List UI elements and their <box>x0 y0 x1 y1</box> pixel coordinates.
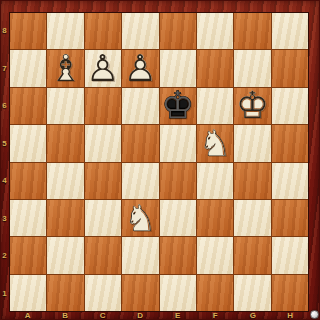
rank-labels: 87654321 <box>0 12 9 312</box>
square-f2[interactable] <box>197 237 233 273</box>
square-h6[interactable] <box>272 88 308 124</box>
square-a2[interactable] <box>10 237 46 273</box>
square-c8[interactable] <box>85 13 121 49</box>
white-pawn-icon: ♟♙ <box>122 50 158 86</box>
file-label-d: D <box>122 311 160 320</box>
square-f3[interactable] <box>197 200 233 236</box>
square-h3[interactable] <box>272 200 308 236</box>
square-a5[interactable] <box>10 125 46 161</box>
file-label-g: G <box>234 311 272 320</box>
white-knight-icon: ♞♘ <box>197 125 233 161</box>
square-b7[interactable]: ♝♗ <box>47 50 83 86</box>
rank-label-2: 2 <box>0 237 9 275</box>
square-b2[interactable] <box>47 237 83 273</box>
square-d3[interactable]: ♞♘ <box>122 200 158 236</box>
square-e7[interactable] <box>160 50 196 86</box>
square-h2[interactable] <box>272 237 308 273</box>
square-c7[interactable]: ♟♙ <box>85 50 121 86</box>
white-pawn-icon: ♟♙ <box>85 50 121 86</box>
square-b6[interactable] <box>47 88 83 124</box>
file-label-e: E <box>159 311 197 320</box>
chess-diagram: ♝♗♟♙♟♙♚♔♚♔♞♘♞♘ 87654321 ABCDEFGH <box>0 0 320 320</box>
black-king-outline: ♔ <box>160 88 196 124</box>
square-d2[interactable] <box>122 237 158 273</box>
square-f8[interactable] <box>197 13 233 49</box>
white-pawn-outline: ♙ <box>122 50 158 86</box>
square-f7[interactable] <box>197 50 233 86</box>
square-b5[interactable] <box>47 125 83 161</box>
file-label-h: H <box>272 311 310 320</box>
square-a3[interactable] <box>10 200 46 236</box>
white-knight-icon: ♞♘ <box>122 200 158 236</box>
square-f5[interactable]: ♞♘ <box>197 125 233 161</box>
rank-label-6: 6 <box>0 87 9 125</box>
file-label-c: C <box>84 311 122 320</box>
square-f4[interactable] <box>197 163 233 199</box>
square-b1[interactable] <box>47 275 83 311</box>
square-d1[interactable] <box>122 275 158 311</box>
square-g5[interactable] <box>234 125 270 161</box>
square-a4[interactable] <box>10 163 46 199</box>
black-king-icon: ♚♔ <box>160 88 196 124</box>
square-a1[interactable] <box>10 275 46 311</box>
white-bishop-icon: ♝♗ <box>47 50 83 86</box>
file-labels: ABCDEFGH <box>9 311 309 320</box>
square-d7[interactable]: ♟♙ <box>122 50 158 86</box>
square-e8[interactable] <box>160 13 196 49</box>
rank-label-4: 4 <box>0 162 9 200</box>
square-h7[interactable] <box>272 50 308 86</box>
square-g8[interactable] <box>234 13 270 49</box>
board-grid: ♝♗♟♙♟♙♚♔♚♔♞♘♞♘ <box>10 13 308 311</box>
rank-label-7: 7 <box>0 50 9 88</box>
chess-board: ♝♗♟♙♟♙♚♔♚♔♞♘♞♘ <box>9 12 309 312</box>
square-c6[interactable] <box>85 88 121 124</box>
white-to-move-indicator <box>310 310 319 319</box>
white-pawn-outline: ♙ <box>85 50 121 86</box>
square-e2[interactable] <box>160 237 196 273</box>
square-c2[interactable] <box>85 237 121 273</box>
file-label-b: B <box>47 311 85 320</box>
square-g1[interactable] <box>234 275 270 311</box>
square-f6[interactable] <box>197 88 233 124</box>
square-e4[interactable] <box>160 163 196 199</box>
square-g7[interactable] <box>234 50 270 86</box>
square-g6[interactable]: ♚♔ <box>234 88 270 124</box>
square-f1[interactable] <box>197 275 233 311</box>
square-b8[interactable] <box>47 13 83 49</box>
rank-label-1: 1 <box>0 275 9 313</box>
square-h4[interactable] <box>272 163 308 199</box>
square-d8[interactable] <box>122 13 158 49</box>
square-a8[interactable] <box>10 13 46 49</box>
square-a6[interactable] <box>10 88 46 124</box>
square-h5[interactable] <box>272 125 308 161</box>
rank-label-3: 3 <box>0 200 9 238</box>
square-b3[interactable] <box>47 200 83 236</box>
square-e5[interactable] <box>160 125 196 161</box>
rank-label-8: 8 <box>0 12 9 50</box>
white-king-outline: ♔ <box>234 88 270 124</box>
square-g2[interactable] <box>234 237 270 273</box>
square-c4[interactable] <box>85 163 121 199</box>
rank-label-5: 5 <box>0 125 9 163</box>
square-d6[interactable] <box>122 88 158 124</box>
file-label-f: F <box>197 311 235 320</box>
square-d5[interactable] <box>122 125 158 161</box>
square-h8[interactable] <box>272 13 308 49</box>
square-g3[interactable] <box>234 200 270 236</box>
square-c3[interactable] <box>85 200 121 236</box>
square-c5[interactable] <box>85 125 121 161</box>
white-bishop-outline: ♗ <box>47 50 83 86</box>
file-label-a: A <box>9 311 47 320</box>
square-c1[interactable] <box>85 275 121 311</box>
white-knight-outline: ♘ <box>197 125 233 161</box>
square-e6[interactable]: ♚♔ <box>160 88 196 124</box>
square-b4[interactable] <box>47 163 83 199</box>
square-h1[interactable] <box>272 275 308 311</box>
square-e1[interactable] <box>160 275 196 311</box>
square-d4[interactable] <box>122 163 158 199</box>
square-e3[interactable] <box>160 200 196 236</box>
white-king-icon: ♚♔ <box>234 88 270 124</box>
white-knight-outline: ♘ <box>122 200 158 236</box>
square-a7[interactable] <box>10 50 46 86</box>
square-g4[interactable] <box>234 163 270 199</box>
